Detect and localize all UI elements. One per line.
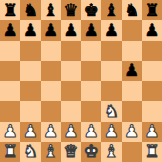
- piece-white-king[interactable]: ♚: [84, 143, 99, 160]
- square-a7[interactable]: ♟: [0, 20, 20, 40]
- square-g1[interactable]: [122, 142, 142, 162]
- square-f6[interactable]: [101, 41, 121, 61]
- square-a6[interactable]: [0, 41, 20, 61]
- square-f2[interactable]: ♟: [101, 122, 121, 142]
- square-b1[interactable]: ♞: [20, 142, 40, 162]
- piece-black-knight[interactable]: ♞: [23, 1, 38, 18]
- piece-black-pawn[interactable]: ♟: [124, 62, 139, 79]
- piece-white-pawn[interactable]: ♟: [144, 123, 159, 140]
- square-e2[interactable]: ♟: [81, 122, 101, 142]
- square-h1[interactable]: ♜: [142, 142, 162, 162]
- square-h8[interactable]: ♜: [142, 0, 162, 20]
- square-e3[interactable]: [81, 101, 101, 121]
- piece-black-rook[interactable]: ♜: [3, 1, 18, 18]
- piece-black-bishop[interactable]: ♝: [104, 1, 119, 18]
- piece-white-rook[interactable]: ♜: [144, 143, 159, 160]
- piece-black-pawn[interactable]: ♟: [84, 21, 99, 38]
- piece-black-queen[interactable]: ♛: [63, 1, 78, 18]
- piece-black-pawn[interactable]: ♟: [3, 21, 18, 38]
- square-b4[interactable]: [20, 81, 40, 101]
- piece-white-pawn[interactable]: ♟: [3, 123, 18, 140]
- square-f8[interactable]: ♝: [101, 0, 121, 20]
- square-a5[interactable]: [0, 61, 20, 81]
- square-h4[interactable]: [142, 81, 162, 101]
- square-c5[interactable]: [41, 61, 61, 81]
- square-f4[interactable]: [101, 81, 121, 101]
- square-b6[interactable]: [20, 41, 40, 61]
- piece-black-pawn[interactable]: ♟: [144, 21, 159, 38]
- square-g4[interactable]: [122, 81, 142, 101]
- square-e4[interactable]: [81, 81, 101, 101]
- square-g8[interactable]: ♞: [122, 0, 142, 20]
- piece-black-bishop[interactable]: ♝: [43, 1, 58, 18]
- square-d4[interactable]: [61, 81, 81, 101]
- piece-black-pawn[interactable]: ♟: [23, 21, 38, 38]
- square-e7[interactable]: ♟: [81, 20, 101, 40]
- square-d1[interactable]: ♛: [61, 142, 81, 162]
- square-c1[interactable]: ♝: [41, 142, 61, 162]
- square-g6[interactable]: [122, 41, 142, 61]
- square-b3[interactable]: [20, 101, 40, 121]
- square-g3[interactable]: [122, 101, 142, 121]
- piece-black-knight[interactable]: ♞: [124, 1, 139, 18]
- square-f5[interactable]: [101, 61, 121, 81]
- square-c7[interactable]: ♟: [41, 20, 61, 40]
- square-e1[interactable]: ♚: [81, 142, 101, 162]
- square-d7[interactable]: ♟: [61, 20, 81, 40]
- square-a4[interactable]: [0, 81, 20, 101]
- square-c3[interactable]: [41, 101, 61, 121]
- square-e5[interactable]: [81, 61, 101, 81]
- piece-white-pawn[interactable]: ♟: [63, 123, 78, 140]
- square-g7[interactable]: [122, 20, 142, 40]
- square-e6[interactable]: [81, 41, 101, 61]
- piece-white-pawn[interactable]: ♟: [23, 123, 38, 140]
- piece-white-bishop[interactable]: ♝: [43, 143, 58, 160]
- square-d8[interactable]: ♛: [61, 0, 81, 20]
- square-a3[interactable]: [0, 101, 20, 121]
- square-g2[interactable]: ♟: [122, 122, 142, 142]
- square-c4[interactable]: [41, 81, 61, 101]
- piece-white-pawn[interactable]: ♟: [43, 123, 58, 140]
- piece-white-knight[interactable]: ♞: [23, 143, 38, 160]
- square-a1[interactable]: ♜: [0, 142, 20, 162]
- square-c8[interactable]: ♝: [41, 0, 61, 20]
- piece-white-queen[interactable]: ♛: [63, 143, 78, 160]
- square-a2[interactable]: ♟: [0, 122, 20, 142]
- square-f7[interactable]: ♟: [101, 20, 121, 40]
- chess-board-container: ♜♞♝♛♚♝♞♜♟♟♟♟♟♟♟♟♞♟♟♟♟♟♟♟♟♜♞♝♛♚♝♜: [0, 0, 162, 162]
- piece-white-pawn[interactable]: ♟: [84, 123, 99, 140]
- square-f3[interactable]: ♞: [101, 101, 121, 121]
- square-b7[interactable]: ♟: [20, 20, 40, 40]
- square-h7[interactable]: ♟: [142, 20, 162, 40]
- square-d3[interactable]: [61, 101, 81, 121]
- square-h5[interactable]: [142, 61, 162, 81]
- square-c6[interactable]: [41, 41, 61, 61]
- square-h2[interactable]: ♟: [142, 122, 162, 142]
- piece-black-pawn[interactable]: ♟: [104, 21, 119, 38]
- square-e8[interactable]: ♚: [81, 0, 101, 20]
- piece-white-rook[interactable]: ♜: [3, 143, 18, 160]
- piece-white-knight[interactable]: ♞: [104, 102, 119, 119]
- square-b8[interactable]: ♞: [20, 0, 40, 20]
- piece-black-pawn[interactable]: ♟: [43, 21, 58, 38]
- square-f1[interactable]: ♝: [101, 142, 121, 162]
- chess-board: ♜♞♝♛♚♝♞♜♟♟♟♟♟♟♟♟♞♟♟♟♟♟♟♟♟♜♞♝♛♚♝♜: [0, 0, 162, 162]
- square-h3[interactable]: [142, 101, 162, 121]
- piece-white-pawn[interactable]: ♟: [104, 123, 119, 140]
- square-h6[interactable]: [142, 41, 162, 61]
- piece-white-pawn[interactable]: ♟: [124, 123, 139, 140]
- piece-black-rook[interactable]: ♜: [144, 1, 159, 18]
- piece-black-pawn[interactable]: ♟: [63, 21, 78, 38]
- square-a8[interactable]: ♜: [0, 0, 20, 20]
- square-g5[interactable]: ♟: [122, 61, 142, 81]
- square-d6[interactable]: [61, 41, 81, 61]
- square-d2[interactable]: ♟: [61, 122, 81, 142]
- square-c2[interactable]: ♟: [41, 122, 61, 142]
- square-b2[interactable]: ♟: [20, 122, 40, 142]
- piece-white-bishop[interactable]: ♝: [104, 143, 119, 160]
- square-b5[interactable]: [20, 61, 40, 81]
- piece-black-king[interactable]: ♚: [84, 1, 99, 18]
- square-d5[interactable]: [61, 61, 81, 81]
